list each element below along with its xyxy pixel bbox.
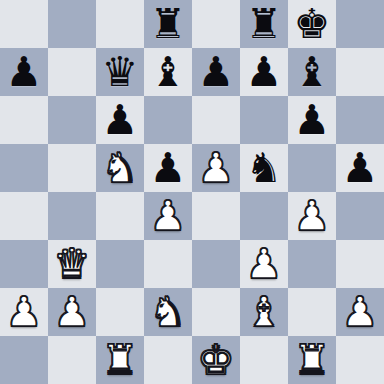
square-b4[interactable]: [48, 192, 96, 240]
square-d3[interactable]: [144, 240, 192, 288]
white-pawn[interactable]: ♟: [294, 192, 331, 240]
square-h5[interactable]: ♟: [336, 144, 384, 192]
square-h7[interactable]: [336, 48, 384, 96]
square-e8[interactable]: [192, 0, 240, 48]
square-d8[interactable]: ♜: [144, 0, 192, 48]
square-f4[interactable]: [240, 192, 288, 240]
square-g8[interactable]: ♚: [288, 0, 336, 48]
black-pawn[interactable]: ♟: [342, 144, 379, 192]
square-b6[interactable]: [48, 96, 96, 144]
square-h2[interactable]: ♟: [336, 288, 384, 336]
square-e2[interactable]: [192, 288, 240, 336]
chess-board: ♜♜♚♟♛♝♟♟♝♟♟♞♟♟♞♟♟♟♛♟♟♟♞♝♟♜♚♜: [0, 0, 384, 384]
square-a8[interactable]: [0, 0, 48, 48]
black-bishop[interactable]: ♝: [150, 48, 187, 96]
square-c5[interactable]: ♞: [96, 144, 144, 192]
square-b2[interactable]: ♟: [48, 288, 96, 336]
square-g2[interactable]: [288, 288, 336, 336]
black-pawn[interactable]: ♟: [102, 96, 139, 144]
square-g5[interactable]: [288, 144, 336, 192]
square-g1[interactable]: ♜: [288, 336, 336, 384]
white-pawn[interactable]: ♟: [54, 288, 91, 336]
square-d7[interactable]: ♝: [144, 48, 192, 96]
black-rook[interactable]: ♜: [150, 0, 187, 48]
white-pawn[interactable]: ♟: [198, 144, 235, 192]
square-c8[interactable]: [96, 0, 144, 48]
chess-board-window: ♜♜♚♟♛♝♟♟♝♟♟♞♟♟♞♟♟♟♛♟♟♟♞♝♟♜♚♜: [0, 0, 384, 384]
square-c6[interactable]: ♟: [96, 96, 144, 144]
square-a6[interactable]: [0, 96, 48, 144]
square-d6[interactable]: [144, 96, 192, 144]
square-h6[interactable]: [336, 96, 384, 144]
square-e7[interactable]: ♟: [192, 48, 240, 96]
square-b3[interactable]: ♛: [48, 240, 96, 288]
black-knight[interactable]: ♞: [246, 144, 283, 192]
square-f5[interactable]: ♞: [240, 144, 288, 192]
square-b7[interactable]: [48, 48, 96, 96]
square-d4[interactable]: ♟: [144, 192, 192, 240]
square-c7[interactable]: ♛: [96, 48, 144, 96]
square-c1[interactable]: ♜: [96, 336, 144, 384]
square-b1[interactable]: [48, 336, 96, 384]
black-pawn[interactable]: ♟: [6, 48, 43, 96]
square-f3[interactable]: ♟: [240, 240, 288, 288]
white-pawn[interactable]: ♟: [246, 240, 283, 288]
square-c4[interactable]: [96, 192, 144, 240]
white-bishop[interactable]: ♝: [246, 288, 283, 336]
square-g4[interactable]: ♟: [288, 192, 336, 240]
black-pawn[interactable]: ♟: [150, 144, 187, 192]
square-e5[interactable]: ♟: [192, 144, 240, 192]
square-g3[interactable]: [288, 240, 336, 288]
square-e4[interactable]: [192, 192, 240, 240]
square-a4[interactable]: [0, 192, 48, 240]
black-rook[interactable]: ♜: [246, 0, 283, 48]
white-knight[interactable]: ♞: [150, 288, 187, 336]
black-pawn[interactable]: ♟: [246, 48, 283, 96]
square-f6[interactable]: [240, 96, 288, 144]
square-a1[interactable]: [0, 336, 48, 384]
square-d2[interactable]: ♞: [144, 288, 192, 336]
black-king[interactable]: ♚: [294, 0, 331, 48]
white-pawn[interactable]: ♟: [6, 288, 43, 336]
square-h4[interactable]: [336, 192, 384, 240]
square-a7[interactable]: ♟: [0, 48, 48, 96]
white-rook[interactable]: ♜: [294, 336, 331, 384]
square-a3[interactable]: [0, 240, 48, 288]
square-h3[interactable]: [336, 240, 384, 288]
black-bishop[interactable]: ♝: [294, 48, 331, 96]
white-pawn[interactable]: ♟: [150, 192, 187, 240]
square-c2[interactable]: [96, 288, 144, 336]
black-queen[interactable]: ♛: [102, 48, 139, 96]
square-c3[interactable]: [96, 240, 144, 288]
square-e1[interactable]: ♚: [192, 336, 240, 384]
square-a5[interactable]: [0, 144, 48, 192]
square-b8[interactable]: [48, 0, 96, 48]
square-d1[interactable]: [144, 336, 192, 384]
white-rook[interactable]: ♜: [102, 336, 139, 384]
square-h1[interactable]: [336, 336, 384, 384]
square-f7[interactable]: ♟: [240, 48, 288, 96]
square-e3[interactable]: [192, 240, 240, 288]
white-knight[interactable]: ♞: [102, 144, 139, 192]
square-f8[interactable]: ♜: [240, 0, 288, 48]
square-h8[interactable]: [336, 0, 384, 48]
white-queen[interactable]: ♛: [54, 240, 91, 288]
square-e6[interactable]: [192, 96, 240, 144]
black-pawn[interactable]: ♟: [198, 48, 235, 96]
white-king[interactable]: ♚: [198, 336, 235, 384]
square-f1[interactable]: [240, 336, 288, 384]
white-pawn[interactable]: ♟: [342, 288, 379, 336]
square-a2[interactable]: ♟: [0, 288, 48, 336]
square-b5[interactable]: [48, 144, 96, 192]
square-d5[interactable]: ♟: [144, 144, 192, 192]
square-g7[interactable]: ♝: [288, 48, 336, 96]
square-f2[interactable]: ♝: [240, 288, 288, 336]
square-g6[interactable]: ♟: [288, 96, 336, 144]
black-pawn[interactable]: ♟: [294, 96, 331, 144]
